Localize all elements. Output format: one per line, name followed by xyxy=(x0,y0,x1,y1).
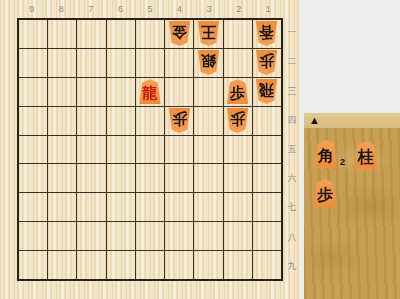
rank-label: 一 xyxy=(285,18,299,47)
gote-lance-piece[interactable]: 香 xyxy=(255,21,278,46)
gote-pawn-piece[interactable]: 歩 xyxy=(168,108,191,133)
gote-pawn-piece[interactable]: 歩 xyxy=(255,50,278,75)
rank-label: 五 xyxy=(285,135,299,164)
file-label: 7 xyxy=(76,2,106,16)
board-cell-61[interactable] xyxy=(107,20,135,48)
board-cell-55[interactable] xyxy=(136,136,164,164)
hand-knight-piece[interactable]: 桂 xyxy=(354,141,378,169)
board-cell-39[interactable] xyxy=(194,251,222,279)
gote-king-piece[interactable]: 王 xyxy=(197,21,220,46)
rank-label: 七 xyxy=(285,193,299,222)
file-label: 5 xyxy=(135,2,165,16)
board-cell-91[interactable] xyxy=(19,20,47,48)
board-cell-21[interactable] xyxy=(224,20,252,48)
board-cell-51[interactable] xyxy=(136,20,164,48)
board-cell-19[interactable] xyxy=(253,251,281,279)
board-cell-35[interactable] xyxy=(194,136,222,164)
sente-hand-panel: ▲ 角2桂歩 xyxy=(304,113,400,299)
board-cell-24[interactable]: 歩 xyxy=(224,107,252,135)
board-cell-46[interactable] xyxy=(165,164,193,192)
board-cell-54[interactable] xyxy=(136,107,164,135)
rank-labels: 一二三四五六七八九 xyxy=(285,18,299,281)
board-cell-67[interactable] xyxy=(107,193,135,221)
board-cell-98[interactable] xyxy=(19,222,47,250)
gote-pawn-piece[interactable]: 歩 xyxy=(226,108,249,133)
board-cell-23[interactable]: 歩 xyxy=(224,78,252,106)
board-cell-78[interactable] xyxy=(77,222,105,250)
file-label: 4 xyxy=(165,2,195,16)
board-cell-25[interactable] xyxy=(224,136,252,164)
file-label: 8 xyxy=(47,2,77,16)
board-cell-47[interactable] xyxy=(165,193,193,221)
board-cell-27[interactable] xyxy=(224,193,252,221)
board-cell-22[interactable] xyxy=(224,49,252,77)
file-label: 6 xyxy=(106,2,136,16)
board-cell-83[interactable] xyxy=(48,78,76,106)
board-cell-12[interactable]: 歩 xyxy=(253,49,281,77)
rank-label: 八 xyxy=(285,223,299,252)
shogi-board: 金王香銀歩龍歩飛歩歩 xyxy=(17,18,283,281)
board-cell-17[interactable] xyxy=(253,193,281,221)
board-cell-64[interactable] xyxy=(107,107,135,135)
board-cell-69[interactable] xyxy=(107,251,135,279)
board-cell-77[interactable] xyxy=(77,193,105,221)
board-cell-28[interactable] xyxy=(224,222,252,250)
board-cell-41[interactable]: 金 xyxy=(165,20,193,48)
gote-silver-piece[interactable]: 銀 xyxy=(197,50,220,75)
board-cell-76[interactable] xyxy=(77,164,105,192)
board-cell-93[interactable] xyxy=(19,78,47,106)
board-cell-32[interactable]: 銀 xyxy=(194,49,222,77)
rank-label: 三 xyxy=(285,76,299,105)
board-cell-74[interactable] xyxy=(77,107,105,135)
board-cell-81[interactable] xyxy=(48,20,76,48)
board-cell-62[interactable] xyxy=(107,49,135,77)
board-cell-94[interactable] xyxy=(19,107,47,135)
board-cell-82[interactable] xyxy=(48,49,76,77)
sente-indicator-icon: ▲ xyxy=(309,115,320,126)
board-cell-13[interactable]: 飛 xyxy=(253,78,281,106)
board-cell-49[interactable] xyxy=(165,251,193,279)
rank-label: 四 xyxy=(285,106,299,135)
board-cell-38[interactable] xyxy=(194,222,222,250)
board-cell-66[interactable] xyxy=(107,164,135,192)
rank-label: 六 xyxy=(285,164,299,193)
board-cell-57[interactable] xyxy=(136,193,164,221)
hand-bishop-group: 角2 xyxy=(314,140,354,174)
board-cell-99[interactable] xyxy=(19,251,47,279)
board-cell-84[interactable] xyxy=(48,107,76,135)
hand-pawn-piece[interactable]: 歩 xyxy=(313,179,337,207)
board-cell-65[interactable] xyxy=(107,136,135,164)
board-cell-43[interactable] xyxy=(165,78,193,106)
board-cell-33[interactable] xyxy=(194,78,222,106)
board-cell-73[interactable] xyxy=(77,78,105,106)
board-cell-48[interactable] xyxy=(165,222,193,250)
file-label: 1 xyxy=(254,2,284,16)
board-cell-15[interactable] xyxy=(253,136,281,164)
board-cell-42[interactable] xyxy=(165,49,193,77)
board-cell-72[interactable] xyxy=(77,49,105,77)
file-label: 2 xyxy=(224,2,254,16)
board-cell-88[interactable] xyxy=(48,222,76,250)
board-cell-26[interactable] xyxy=(224,164,252,192)
board-cell-11[interactable]: 香 xyxy=(253,20,281,48)
gote-gold-piece[interactable]: 金 xyxy=(168,21,191,46)
board-cell-44[interactable]: 歩 xyxy=(165,107,193,135)
board-cell-37[interactable] xyxy=(194,193,222,221)
board-panel: 987654321 一二三四五六七八九 金王香銀歩龍歩飛歩歩 xyxy=(0,0,300,299)
board-cell-96[interactable] xyxy=(19,164,47,192)
board-cell-16[interactable] xyxy=(253,164,281,192)
sente-dragon-piece[interactable]: 龍 xyxy=(138,79,161,104)
board-cell-68[interactable] xyxy=(107,222,135,250)
board-cell-36[interactable] xyxy=(194,164,222,192)
board-cell-85[interactable] xyxy=(48,136,76,164)
board-cell-14[interactable] xyxy=(253,107,281,135)
file-label: 9 xyxy=(17,2,47,16)
hand-pieces: 角2桂歩 xyxy=(304,128,400,299)
file-labels: 987654321 xyxy=(17,2,283,16)
hand-owner-band: ▲ xyxy=(304,113,400,128)
board-cell-45[interactable] xyxy=(165,136,193,164)
board-cell-79[interactable] xyxy=(77,251,105,279)
hand-pawn-group: 歩 xyxy=(313,179,353,213)
board-cell-87[interactable] xyxy=(48,193,76,221)
board-cell-89[interactable] xyxy=(48,251,76,279)
rank-label: 九 xyxy=(285,252,299,281)
board-cell-59[interactable] xyxy=(136,251,164,279)
board-cell-95[interactable] xyxy=(19,136,47,164)
board-cell-53[interactable]: 龍 xyxy=(136,78,164,106)
sente-pawn-piece[interactable]: 歩 xyxy=(226,79,249,104)
board-cell-86[interactable] xyxy=(48,164,76,192)
rank-label: 二 xyxy=(285,47,299,76)
hand-piece-count: 2 xyxy=(340,157,345,167)
hand-knight-group: 桂 xyxy=(354,141,394,175)
board-cell-18[interactable] xyxy=(253,222,281,250)
board-cell-34[interactable] xyxy=(194,107,222,135)
board-cell-29[interactable] xyxy=(224,251,252,279)
board-cell-75[interactable] xyxy=(77,136,105,164)
board-cell-97[interactable] xyxy=(19,193,47,221)
board-cell-71[interactable] xyxy=(77,20,105,48)
file-label: 3 xyxy=(194,2,224,16)
board-cell-92[interactable] xyxy=(19,49,47,77)
board-cell-58[interactable] xyxy=(136,222,164,250)
board-cell-31[interactable]: 王 xyxy=(194,20,222,48)
shogi-app: 987654321 一二三四五六七八九 金王香銀歩龍歩飛歩歩 ▲ 角2桂歩 xyxy=(0,0,400,299)
board-cell-56[interactable] xyxy=(136,164,164,192)
hand-bishop-piece[interactable]: 角 xyxy=(314,140,338,168)
board-cell-63[interactable] xyxy=(107,78,135,106)
board-cell-52[interactable] xyxy=(136,49,164,77)
gote-rook-piece[interactable]: 飛 xyxy=(255,79,278,104)
